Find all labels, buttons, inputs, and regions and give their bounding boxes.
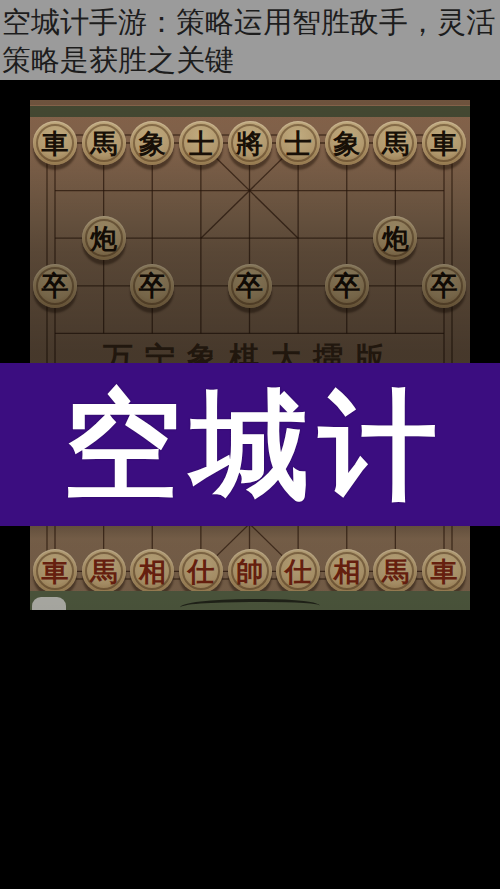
xiangqi-piece-black-f4r3[interactable]: 卒 [228, 264, 272, 308]
piece-character: 車 [431, 130, 458, 157]
xiangqi-piece-red-f6r9[interactable]: 相 [325, 549, 369, 593]
piece-character: 車 [431, 558, 458, 585]
xiangqi-piece-black-f1r0[interactable]: 馬 [82, 121, 126, 165]
piece-character: 車 [42, 558, 69, 585]
piece-character: 炮 [90, 225, 117, 252]
bottom-strip-scribble [180, 599, 320, 610]
piece-character: 相 [139, 558, 166, 585]
article-header: 空城计手游：策略运用智胜敌手，灵活策略是获胜之关键 [0, 0, 500, 80]
xiangqi-piece-red-f1r9[interactable]: 馬 [82, 549, 126, 593]
piece-character: 車 [42, 130, 69, 157]
title-banner: 空城计 [0, 363, 500, 526]
piece-character: 卒 [42, 272, 69, 299]
xiangqi-board: 万宁象棋大擂版 車馬象士將士象馬車炮炮卒卒卒卒卒兵兵兵兵兵炮炮車馬相仕帥仕相馬車 [30, 100, 470, 610]
xiangqi-piece-black-f2r0[interactable]: 象 [130, 121, 174, 165]
xiangqi-piece-red-f3r9[interactable]: 仕 [179, 549, 223, 593]
board-bottom-strip [30, 591, 470, 610]
xiangqi-piece-black-f4r0[interactable]: 將 [228, 121, 272, 165]
piece-character: 卒 [333, 272, 360, 299]
xiangqi-piece-black-f8r3[interactable]: 卒 [422, 264, 466, 308]
piece-character: 象 [333, 130, 360, 157]
piece-character: 馬 [90, 558, 117, 585]
piece-character: 馬 [90, 130, 117, 157]
article-title: 空城计手游：策略运用智胜敌手，灵活策略是获胜之关键 [0, 0, 500, 79]
piece-character: 卒 [431, 272, 458, 299]
xiangqi-piece-red-f4r9[interactable]: 帥 [228, 549, 272, 593]
piece-character: 相 [333, 558, 360, 585]
xiangqi-piece-black-f3r0[interactable]: 士 [179, 121, 223, 165]
xiangqi-piece-black-f0r3[interactable]: 卒 [33, 264, 77, 308]
xiangqi-piece-black-f0r0[interactable]: 車 [33, 121, 77, 165]
page: 空城计手游：策略运用智胜敌手，灵活策略是获胜之关键 万宁象棋大擂版 車馬象士將士… [0, 0, 500, 889]
xiangqi-piece-black-f6r0[interactable]: 象 [325, 121, 369, 165]
piece-character: 炮 [382, 225, 409, 252]
piece-character: 帥 [236, 558, 263, 585]
xiangqi-piece-black-f5r0[interactable]: 士 [276, 121, 320, 165]
board-corner-button[interactable] [32, 597, 66, 610]
xiangqi-piece-black-f2r3[interactable]: 卒 [130, 264, 174, 308]
xiangqi-piece-black-f1r2[interactable]: 炮 [82, 216, 126, 260]
piece-character: 士 [187, 130, 214, 157]
xiangqi-piece-black-f6r3[interactable]: 卒 [325, 264, 369, 308]
piece-character: 卒 [236, 272, 263, 299]
piece-character: 馬 [382, 558, 409, 585]
piece-character: 仕 [187, 558, 214, 585]
banner-title: 空城计 [63, 386, 447, 504]
piece-character: 卒 [139, 272, 166, 299]
xiangqi-piece-black-f8r0[interactable]: 車 [422, 121, 466, 165]
piece-character: 將 [236, 130, 263, 157]
piece-character: 馬 [382, 130, 409, 157]
piece-character: 象 [139, 130, 166, 157]
piece-character: 士 [285, 130, 312, 157]
piece-character: 仕 [285, 558, 312, 585]
